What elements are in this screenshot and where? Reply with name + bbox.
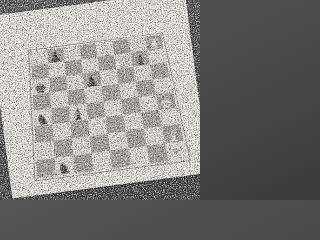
- board-rule-border: ♟♝♜♛♝♚♟♞♝♚♟♝♞❖: [28, 32, 191, 181]
- square-a2: [35, 141, 54, 161]
- chessboard-grid: ♟♝♜♛♝♚♟♞♝♚♟♝♞❖: [31, 35, 188, 178]
- photo-scene: ♟♝♜♛♝♚♟♞♝♚♟♝♞❖: [0, 0, 200, 200]
- square-f3: ♟: [123, 113, 144, 132]
- square-d1: [92, 151, 113, 171]
- square-d2: [90, 134, 110, 153]
- square-e1: [110, 148, 131, 168]
- square-h3: [159, 108, 180, 127]
- black-knight-b1: ♞: [57, 160, 73, 177]
- square-c2: [72, 136, 92, 156]
- square-a1: [36, 158, 56, 178]
- board-corner-emblem-icon: ❖: [171, 146, 182, 156]
- square-h2: ♝: [162, 124, 184, 143]
- square-c1: [73, 153, 93, 173]
- square-b1: ♞: [55, 156, 75, 176]
- square-h1: ❖: [165, 141, 187, 161]
- chessboard-mat: ♟♝♜♛♝♚♟♞♝♚♟♝♞❖: [0, 0, 200, 199]
- square-b2: [53, 138, 73, 158]
